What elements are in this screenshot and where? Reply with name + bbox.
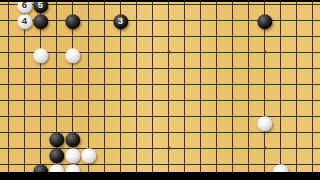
board-grid-line-horizontal bbox=[0, 100, 320, 101]
board-grid-line-vertical bbox=[152, 0, 153, 180]
letterbox-bottom bbox=[0, 172, 320, 180]
hoshi-point bbox=[167, 147, 170, 150]
board-grid-line-horizontal bbox=[0, 116, 320, 117]
board-grid-line-horizontal bbox=[0, 68, 320, 69]
board-grid-line-vertical bbox=[216, 0, 217, 180]
stone-move-label: 6 bbox=[22, 1, 27, 11]
stone-white[interactable] bbox=[65, 48, 80, 63]
board-grid-line-vertical bbox=[104, 0, 105, 180]
board-grid-line-horizontal bbox=[0, 132, 320, 133]
stone-black[interactable] bbox=[257, 14, 272, 29]
letterbox-top bbox=[0, 0, 320, 2]
stone-black[interactable] bbox=[49, 132, 64, 147]
stone-white-move-4[interactable]: 4 bbox=[17, 14, 32, 29]
stone-black[interactable] bbox=[49, 148, 64, 163]
board-grid-line-horizontal bbox=[0, 36, 320, 37]
stone-black[interactable] bbox=[65, 14, 80, 29]
stone-move-label: 4 bbox=[22, 17, 27, 27]
hoshi-point bbox=[167, 51, 170, 54]
video-frame: 6543 bbox=[0, 0, 320, 180]
board-grid-line-vertical bbox=[168, 0, 169, 180]
stone-black-move-3[interactable]: 3 bbox=[113, 14, 128, 29]
board-grid-line-horizontal bbox=[0, 52, 320, 53]
board-grid-line-horizontal bbox=[0, 20, 320, 21]
board-grid-line-horizontal bbox=[0, 164, 320, 165]
board-grid-line-vertical bbox=[232, 0, 233, 180]
hoshi-point bbox=[263, 147, 266, 150]
stone-white[interactable] bbox=[257, 116, 272, 131]
board-grid-line-vertical bbox=[248, 0, 249, 180]
hoshi-point bbox=[263, 51, 266, 54]
stone-black[interactable] bbox=[65, 132, 80, 147]
stone-black[interactable] bbox=[33, 14, 48, 29]
board-grid-line-horizontal bbox=[0, 4, 320, 5]
stone-move-label: 3 bbox=[118, 17, 123, 27]
board-grid-line-vertical bbox=[280, 0, 281, 180]
stone-white[interactable] bbox=[65, 148, 80, 163]
go-board[interactable]: 6543 bbox=[0, 0, 320, 180]
board-grid-line-vertical bbox=[184, 0, 185, 180]
board-grid-line-vertical bbox=[136, 0, 137, 180]
board-grid-line-vertical bbox=[296, 0, 297, 180]
board-grid-line-vertical bbox=[200, 0, 201, 180]
board-grid-line-vertical bbox=[312, 0, 313, 180]
board-grid-line-horizontal bbox=[0, 84, 320, 85]
stone-white[interactable] bbox=[33, 48, 48, 63]
stone-move-label: 5 bbox=[38, 1, 43, 11]
board-grid-line-horizontal bbox=[0, 148, 320, 149]
board-grid-line-vertical bbox=[8, 0, 9, 180]
stone-white[interactable] bbox=[81, 148, 96, 163]
